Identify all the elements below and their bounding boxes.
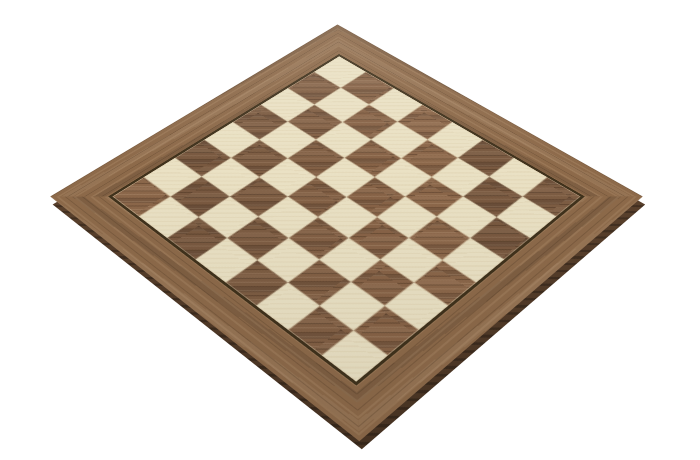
board-wrapper [126,0,567,406]
photo-backdrop [0,0,700,460]
